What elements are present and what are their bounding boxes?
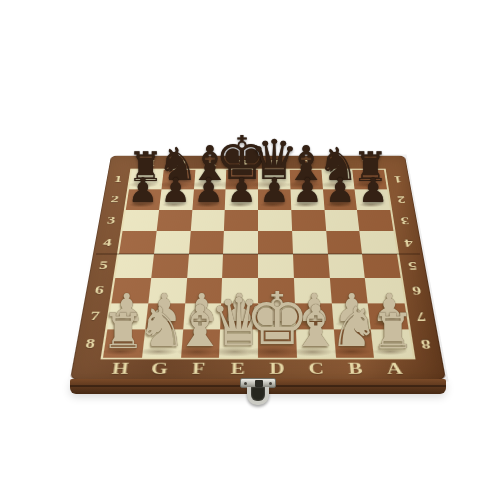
square-c5: [293, 254, 330, 278]
chess-board: HGFEDCBAHGFEDCBA1234567812345678: [70, 156, 446, 380]
square-f3: [190, 210, 225, 232]
square-b6: [329, 278, 368, 303]
square-f7: [183, 303, 222, 330]
square-f5: [187, 254, 224, 278]
square-d2: [258, 189, 291, 210]
square-f2: [192, 189, 226, 210]
square-g5: [151, 254, 189, 278]
square-b4: [326, 231, 362, 254]
rank-label-left-4: 4: [102, 236, 114, 249]
rank-label-right-2: 2: [395, 194, 406, 206]
square-e7: [220, 303, 258, 330]
rank-label-left-2: 2: [110, 194, 121, 206]
square-g6: [148, 278, 187, 303]
square-h1: [129, 170, 164, 190]
square-d6: [258, 278, 295, 303]
square-b1: [321, 170, 355, 190]
square-e5: [222, 254, 258, 278]
rank-label-right-8: 8: [419, 335, 432, 351]
rank-label-right-4: 4: [402, 236, 414, 249]
square-h8: [103, 330, 145, 358]
square-a5: [362, 254, 400, 278]
rank-label-right-7: 7: [414, 309, 427, 324]
clasp-notch: [255, 380, 263, 387]
square-e4: [223, 231, 258, 254]
file-label-front-h: H: [111, 359, 131, 378]
chess-set-product-photo: HGFEDCBAHGFEDCBA1234567812345678 ♜♞♝♚♛♝♞…: [0, 0, 500, 500]
clasp-screw-right: [269, 382, 272, 385]
square-b5: [328, 254, 366, 278]
square-c2: [290, 189, 324, 210]
square-a2: [355, 189, 390, 210]
square-c6: [294, 278, 332, 303]
square-e3: [224, 210, 258, 232]
square-c3: [291, 210, 326, 232]
square-b3: [324, 210, 360, 232]
file-label-front-f: F: [192, 359, 207, 378]
square-f8: [180, 330, 220, 358]
rank-label-right-3: 3: [399, 214, 410, 226]
rank-label-right-6: 6: [410, 283, 422, 297]
square-g2: [159, 189, 194, 210]
board-grid: [100, 169, 415, 360]
clasp-loop: [247, 387, 269, 405]
rank-label-left-1: 1: [113, 174, 124, 185]
square-a3: [357, 210, 393, 232]
square-c1: [289, 170, 322, 190]
square-d1: [258, 170, 290, 190]
file-label-front-g: G: [150, 359, 170, 378]
square-a7: [368, 303, 409, 330]
rank-label-left-8: 8: [84, 335, 97, 351]
square-f1: [193, 170, 226, 190]
file-label-back-b: B: [330, 157, 342, 168]
square-e8: [219, 330, 258, 358]
square-b7: [331, 303, 371, 330]
file-label-back-f: F: [206, 157, 217, 168]
metal-clasp: [240, 378, 276, 412]
file-label-back-e: E: [237, 157, 248, 168]
file-label-back-h: H: [142, 157, 156, 168]
file-label-front-b: B: [347, 359, 364, 378]
square-e6: [221, 278, 258, 303]
rank-label-right-1: 1: [392, 174, 403, 185]
square-h3: [122, 210, 158, 232]
file-label-front-a: A: [386, 359, 405, 378]
square-f4: [189, 231, 225, 254]
square-h2: [126, 189, 161, 210]
square-c4: [292, 231, 328, 254]
fold-seam: [96, 253, 420, 254]
rank-label-left-6: 6: [94, 283, 106, 297]
square-e1: [226, 170, 258, 190]
square-f6: [185, 278, 223, 303]
square-g7: [145, 303, 185, 330]
rank-label-left-3: 3: [106, 214, 117, 226]
square-d8: [258, 330, 297, 358]
rank-label-left-7: 7: [89, 309, 102, 324]
square-b8: [333, 330, 374, 358]
square-d5: [258, 254, 294, 278]
file-label-front-c: C: [308, 359, 326, 378]
square-e2: [225, 189, 258, 210]
file-label-back-g: G: [173, 157, 187, 168]
square-h5: [115, 254, 153, 278]
file-label-back-c: C: [299, 157, 312, 168]
square-d3: [258, 210, 292, 232]
square-a1: [352, 170, 387, 190]
square-g3: [156, 210, 192, 232]
square-c8: [296, 330, 336, 358]
file-label-front-e: E: [230, 359, 246, 378]
file-label-back-d: D: [268, 157, 280, 168]
square-c7: [295, 303, 334, 330]
rank-label-left-5: 5: [98, 259, 110, 273]
square-d7: [258, 303, 296, 330]
square-g1: [161, 170, 195, 190]
square-a4: [360, 231, 397, 254]
clasp-screw-left: [244, 382, 247, 385]
square-d4: [258, 231, 293, 254]
square-h7: [107, 303, 148, 330]
rank-label-right-5: 5: [406, 259, 418, 273]
square-a8: [371, 330, 413, 358]
square-b2: [323, 189, 358, 210]
square-a6: [365, 278, 405, 303]
file-label-front-d: D: [269, 359, 286, 378]
square-g8: [142, 330, 183, 358]
file-label-back-a: A: [361, 157, 374, 168]
square-h6: [111, 278, 151, 303]
square-g4: [154, 231, 190, 254]
square-h4: [119, 231, 156, 254]
